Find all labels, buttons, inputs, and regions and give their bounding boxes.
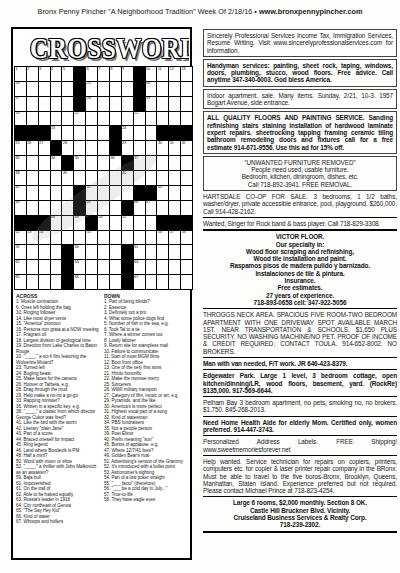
grid-cell[interactable]: 17 — [15, 97, 26, 111]
grid-cell[interactable] — [39, 156, 50, 170]
cell-number: 55 — [87, 230, 91, 234]
cell-number: 2 — [27, 67, 29, 71]
grid-cell[interactable]: 44 — [15, 201, 26, 215]
grid-cell[interactable] — [181, 275, 192, 289]
grid-cell[interactable] — [110, 245, 121, 259]
cell-number: 60 — [75, 245, 79, 249]
grid-cell[interactable]: 35 — [74, 156, 85, 170]
cell-number: 13 — [182, 67, 186, 71]
classifieds-column: Sincerely Professional Services Income T… — [203, 29, 397, 535]
grid-cell[interactable] — [146, 126, 157, 140]
cell-number: 15 — [87, 81, 91, 85]
cell-number: 36 — [110, 156, 114, 160]
grid-cell[interactable]: 8 — [110, 67, 121, 81]
black-cell — [15, 216, 26, 230]
cell-number: 28 — [63, 141, 67, 145]
grid-cell[interactable] — [110, 275, 121, 289]
ad-line: Castle Hill Bruckner Blvd. Vicinity. — [203, 507, 397, 514]
grid-cell[interactable]: 10 — [146, 67, 157, 81]
ad-line: Call 718-892-3941. FREE REMOVAL. — [207, 181, 393, 188]
black-cell — [181, 126, 192, 140]
grid-cell[interactable] — [181, 186, 192, 200]
grid-cell[interactable] — [110, 260, 121, 274]
grid-cell[interactable]: 5 — [62, 67, 73, 81]
cell-number: 27 — [39, 141, 43, 145]
ad-victor-floor: VICTOR FLOOR.Our specialty in:Wood floor… — [203, 233, 397, 309]
across-clue-list: 1. Muscle contraction6. Ones left holdin… — [16, 299, 99, 525]
grid-cell[interactable]: 21 — [74, 112, 85, 126]
grid-cell[interactable]: 11 — [157, 67, 168, 81]
grid-cell[interactable] — [86, 171, 97, 185]
cell-number: 20 — [16, 111, 20, 115]
grid-cell[interactable]: 57 — [169, 231, 180, 245]
grid-cell[interactable] — [146, 231, 157, 245]
grid-cell[interactable]: 28 — [62, 141, 73, 155]
black-cell — [110, 141, 121, 155]
cell-number: 8 — [110, 67, 112, 71]
cell-number: 66 — [75, 275, 79, 279]
grid-cell[interactable] — [62, 82, 73, 96]
black-cell — [51, 141, 62, 155]
grid-cell[interactable] — [27, 82, 38, 96]
grid-cell[interactable]: 62 — [15, 260, 26, 274]
grid-cell[interactable] — [86, 245, 97, 259]
grid-cell[interactable]: 16 — [146, 82, 157, 96]
cell-number: 30 — [158, 141, 162, 145]
grid-cell[interactable]: 27 — [39, 141, 50, 155]
grid-cell[interactable] — [39, 82, 50, 96]
cell-number: 57 — [170, 230, 174, 234]
cell-number: 4 — [51, 67, 53, 71]
grid-cell[interactable] — [181, 97, 192, 111]
cell-number: 48 — [51, 215, 55, 219]
black-cell — [122, 245, 133, 259]
grid-cell[interactable] — [51, 186, 62, 200]
grid-cell[interactable] — [62, 216, 73, 230]
cell-number: 29 — [122, 141, 126, 145]
grid-cell[interactable]: 3 — [39, 67, 50, 81]
grid-cell[interactable] — [39, 260, 50, 274]
grid-cell[interactable] — [51, 171, 62, 185]
grid-cell[interactable] — [134, 171, 145, 185]
grid-cell[interactable] — [122, 82, 133, 96]
grid-cell[interactable] — [134, 141, 145, 155]
cell-number: 7 — [99, 67, 101, 71]
ad-line: Our specialty in: — [203, 241, 397, 248]
black-cell — [15, 126, 26, 140]
grid-cell[interactable] — [157, 201, 168, 215]
clue-item: 52. It's introduced with a bullet point — [104, 464, 187, 470]
grid-cell[interactable] — [110, 201, 121, 215]
grid-cell[interactable] — [169, 156, 180, 170]
ad-address-labels: Personalized Address Labels. FREE Shippi… — [203, 438, 397, 456]
grid-cell[interactable] — [51, 82, 62, 96]
grid-cell[interactable]: 37 — [134, 156, 145, 170]
grid-cell[interactable] — [110, 216, 121, 230]
grid-cell[interactable]: 2 — [27, 67, 38, 81]
cell-number: 9 — [122, 67, 124, 71]
ad-pelham-bay: Pelham Bay 3 bedroom apartment, no pets,… — [203, 399, 397, 417]
cell-number: 58 — [182, 230, 186, 234]
black-cell — [62, 275, 73, 289]
grid-cell[interactable] — [62, 201, 73, 215]
grid-cell[interactable]: 9 — [122, 67, 133, 81]
grid-cell[interactable] — [98, 112, 109, 126]
grid-cell[interactable]: 33 — [15, 156, 26, 170]
grid-cell[interactable] — [39, 245, 50, 259]
cell-number: 54 — [39, 230, 43, 234]
grid-cell[interactable] — [122, 231, 133, 245]
grid-cell[interactable]: 60 — [74, 245, 85, 259]
grid-cell[interactable] — [110, 82, 121, 96]
ad-unwanted-furniture: “UNWANTED FURNITURE REMOVED”People need … — [203, 156, 397, 191]
grid-cell[interactable]: 58 — [181, 231, 192, 245]
grid-cell[interactable] — [51, 260, 62, 274]
grid-cell[interactable]: 1 — [15, 67, 26, 81]
grid-cell[interactable] — [146, 245, 157, 259]
grid-cell[interactable] — [27, 245, 38, 259]
cell-number: 51 — [122, 215, 126, 219]
grid-cell[interactable] — [86, 112, 97, 126]
grid-cell[interactable]: 59 — [15, 245, 26, 259]
grid-cell[interactable]: 42 — [86, 186, 97, 200]
cell-number: 31 — [170, 141, 174, 145]
grid-cell[interactable] — [134, 216, 145, 230]
grid-cell[interactable] — [98, 126, 109, 140]
ad-line: 718-239-2302. — [203, 521, 397, 528]
grid-cell[interactable]: 25 — [15, 141, 26, 155]
grid-cell[interactable] — [51, 201, 62, 215]
cell-number: 23 — [51, 126, 55, 130]
grid-cell[interactable]: 67 — [134, 275, 145, 289]
grid-cell[interactable] — [181, 171, 192, 185]
cell-number: 12 — [170, 67, 174, 71]
cell-number: 35 — [75, 156, 79, 160]
black-cell — [62, 156, 73, 170]
cell-number: 50 — [99, 215, 103, 219]
grid-cell[interactable]: 15 — [86, 82, 97, 96]
grid-cell[interactable] — [146, 275, 157, 289]
grid-cell[interactable] — [39, 112, 50, 126]
grid-cell[interactable] — [181, 156, 192, 170]
grid-cell[interactable]: 41 — [15, 186, 26, 200]
grid-cell[interactable] — [157, 260, 168, 274]
cell-number: 3 — [39, 67, 41, 71]
grid-cell[interactable]: 4 — [51, 67, 62, 81]
ad-wanted-singer: Wanted, Singer for Rock band & bass play… — [203, 220, 397, 231]
clue-item: 67. Whoops and hollers — [16, 519, 99, 525]
cell-number: 52 — [16, 230, 20, 234]
black-cell — [74, 67, 85, 81]
cell-number: 37 — [134, 156, 138, 160]
grid-cell[interactable] — [157, 112, 168, 126]
grid-cell[interactable] — [98, 260, 109, 274]
grid-cell[interactable] — [51, 231, 62, 245]
grid-cell[interactable]: 34 — [51, 156, 62, 170]
grid-cell[interactable] — [169, 260, 180, 274]
grid-cell[interactable] — [169, 186, 180, 200]
cell-number: 17 — [16, 96, 20, 100]
crossword-title: CROSSWORD — [14, 31, 189, 64]
grid-cell[interactable] — [157, 97, 168, 111]
grid-cell[interactable]: 38 — [15, 171, 26, 185]
grid-cell[interactable] — [146, 216, 157, 230]
black-cell — [122, 201, 133, 215]
grid-cell[interactable] — [39, 186, 50, 200]
grid-cell[interactable] — [98, 141, 109, 155]
grid-cell[interactable] — [86, 156, 97, 170]
grid-cell[interactable] — [157, 275, 168, 289]
grid-cell[interactable] — [39, 201, 50, 215]
crossword-grid-wrap: 1234567891011121314151617181920212223242… — [14, 66, 191, 290]
ad-line: Raspamos pisos de madera pulido y barniz… — [203, 262, 397, 269]
across-clues-column: ACROSS 1. Muscle contraction6. Ones left… — [16, 293, 99, 525]
grid-cell[interactable]: 47 — [146, 201, 157, 215]
grid-cell[interactable]: 7 — [98, 67, 109, 81]
grid-cell[interactable] — [98, 201, 109, 215]
grid-cell[interactable] — [98, 231, 109, 245]
grid-cell[interactable] — [51, 245, 62, 259]
grid-cell[interactable] — [134, 231, 145, 245]
grid-cell[interactable]: 18 — [86, 97, 97, 111]
grid-cell[interactable] — [110, 171, 121, 185]
cell-number: 67 — [134, 275, 138, 279]
grid-cell[interactable]: 46 — [134, 201, 145, 215]
grid-cell[interactable] — [181, 112, 192, 126]
grid-cell[interactable]: 51 — [122, 216, 133, 230]
grid-cell[interactable] — [27, 171, 38, 185]
grid-cell[interactable] — [110, 112, 121, 126]
cell-number: 19 — [146, 96, 150, 100]
black-cell — [74, 82, 85, 96]
grid-cell[interactable]: 19 — [146, 97, 157, 111]
grid-cell[interactable] — [110, 97, 121, 111]
black-cell — [134, 97, 145, 111]
grid-cell[interactable] — [169, 245, 180, 259]
black-cell — [134, 186, 145, 200]
grid-cell[interactable]: 64 — [134, 260, 145, 274]
grid-cell[interactable] — [27, 201, 38, 215]
grid-cell[interactable] — [98, 82, 109, 96]
clue-lists: ACROSS 1. Muscle contraction6. Ones left… — [14, 293, 189, 525]
grid-cell[interactable]: 23 — [51, 126, 62, 140]
cell-number: 64 — [134, 260, 138, 264]
grid-cell[interactable] — [39, 171, 50, 185]
cell-number: 5 — [63, 67, 65, 71]
ad-indoor-apartment-sale: Indoor apartment. sale. Many items. Sund… — [203, 89, 397, 110]
grid-cell[interactable]: 22 — [134, 112, 145, 126]
grid-cell[interactable] — [122, 186, 133, 200]
cell-number: 14 — [16, 81, 20, 85]
grid-cell[interactable]: 12 — [169, 67, 180, 81]
clue-item: 19. Direction from Lake Charles to Baton… — [16, 343, 99, 354]
grid-cell[interactable] — [122, 97, 133, 111]
grid-cell[interactable] — [51, 97, 62, 111]
grid-cell[interactable] — [146, 171, 157, 185]
grid-cell[interactable]: 52 — [15, 231, 26, 245]
down-clues-column: DOWN 1. Part of being blinds?2. Essence3… — [104, 293, 187, 525]
grid-cell[interactable] — [62, 231, 73, 245]
grid-cell[interactable] — [74, 126, 85, 140]
grid-cell[interactable] — [169, 171, 180, 185]
grid-cell[interactable]: 63 — [74, 260, 85, 274]
cell-number: 10 — [146, 67, 150, 71]
black-cell — [181, 216, 192, 230]
grid-cell[interactable] — [62, 126, 73, 140]
black-cell — [27, 216, 38, 230]
grid-cell[interactable] — [62, 97, 73, 111]
grid-cell[interactable] — [27, 260, 38, 274]
masthead-text: Bronx Penny Pincher "A Neighborhood Trad… — [38, 7, 257, 16]
black-cell — [169, 126, 180, 140]
grid-cell[interactable] — [169, 201, 180, 215]
grid-cell[interactable] — [86, 126, 97, 140]
cell-number: 39 — [63, 171, 67, 175]
clue-item: 38. "____," a classic from which directo… — [16, 409, 99, 420]
grid-cell[interactable] — [27, 97, 38, 111]
grid-cell[interactable] — [98, 186, 109, 200]
grid-cell[interactable]: 20 — [15, 112, 26, 126]
grid-cell[interactable]: 50 — [98, 216, 109, 230]
grid-cell[interactable]: 31 — [169, 141, 180, 155]
grid-cell[interactable] — [122, 112, 133, 126]
ad-throggs-neck: THROGGS NECK AREA. SPACIOUS FIVE ROOM-TW… — [203, 311, 397, 358]
grid-cell[interactable]: 6 — [86, 67, 97, 81]
grid-cell[interactable] — [181, 245, 192, 259]
grid-cell[interactable] — [86, 260, 97, 274]
grid-cell[interactable] — [181, 260, 192, 274]
grid-cell[interactable] — [74, 231, 85, 245]
ad-line: Instalaciones de tile & pintura. — [203, 270, 397, 277]
grid-cell[interactable] — [146, 141, 157, 155]
cell-number: 65 — [16, 275, 20, 279]
ad-home-health-aide: Need Home Health Aide for elderly Mom. C… — [203, 419, 397, 437]
grid-cell[interactable]: 36 — [110, 156, 121, 170]
grid-cell[interactable] — [181, 82, 192, 96]
grid-cell[interactable] — [98, 97, 109, 111]
grid-cell[interactable] — [157, 156, 168, 170]
grid-cell[interactable] — [169, 97, 180, 111]
clue-item: 52. "____," a thriller with John Malkovi… — [16, 464, 99, 475]
grid-cell[interactable] — [86, 141, 97, 155]
cell-number: 59 — [16, 245, 20, 249]
grid-cell[interactable]: 49 — [74, 216, 85, 230]
grid-cell[interactable] — [27, 275, 38, 289]
grid-cell[interactable] — [134, 126, 145, 140]
black-cell — [86, 216, 97, 230]
grid-cell[interactable] — [27, 112, 38, 126]
grid-cell[interactable] — [146, 260, 157, 274]
grid-cell[interactable] — [39, 275, 50, 289]
grid-cell[interactable] — [181, 201, 192, 215]
grid-cell[interactable]: 45 — [86, 201, 97, 215]
cell-number: 53 — [27, 230, 31, 234]
grid-cell[interactable] — [51, 275, 62, 289]
grid-cell[interactable] — [27, 156, 38, 170]
grid-cell[interactable]: 61 — [134, 245, 145, 259]
grid-cell[interactable]: 48 — [51, 216, 62, 230]
grid-cell[interactable] — [27, 186, 38, 200]
black-cell — [62, 245, 73, 259]
grid-cell[interactable]: 55 — [86, 231, 97, 245]
grid-cell[interactable] — [146, 156, 157, 170]
grid-cell[interactable] — [169, 112, 180, 126]
grid-cell[interactable]: 54 — [39, 231, 50, 245]
grid-cell[interactable] — [110, 231, 121, 245]
grid-cell[interactable]: 39 — [62, 171, 73, 185]
cell-number: 61 — [134, 245, 138, 249]
black-cell — [134, 67, 145, 81]
grid-cell[interactable] — [51, 112, 62, 126]
grid-cell[interactable] — [98, 171, 109, 185]
grid-cell[interactable]: 65 — [15, 275, 26, 289]
black-cell — [110, 126, 121, 140]
ad-sincerely-professional: Sincerely Professional Services Income T… — [203, 29, 397, 57]
grid-cell[interactable] — [86, 275, 97, 289]
grid-cell[interactable]: 40 — [122, 171, 133, 185]
grid-cell[interactable] — [146, 112, 157, 126]
grid-cell[interactable] — [98, 275, 109, 289]
grid-cell[interactable]: 43 — [157, 186, 168, 200]
grid-cell[interactable] — [74, 171, 85, 185]
grid-cell[interactable]: 29 — [122, 141, 133, 155]
grid-cell[interactable]: 24 — [122, 126, 133, 140]
cell-number: 56 — [158, 230, 162, 234]
grid-cell[interactable] — [98, 245, 109, 259]
ad-line: Free estimates. — [203, 284, 397, 291]
black-cell — [74, 186, 85, 200]
grid-cell[interactable] — [39, 97, 50, 111]
grid-cell[interactable] — [62, 186, 73, 200]
cell-number: 24 — [122, 126, 126, 130]
black-cell — [39, 126, 50, 140]
grid-cell[interactable]: 26 — [27, 141, 38, 155]
grid-cell[interactable] — [74, 141, 85, 155]
grid-cell[interactable] — [157, 245, 168, 259]
grid-cell[interactable] — [157, 171, 168, 185]
cell-number: 1 — [16, 67, 18, 71]
grid-cell[interactable] — [98, 156, 109, 170]
ad-line: Cruiseland Business Services & Realty Co… — [203, 514, 397, 521]
grid-cell[interactable] — [169, 82, 180, 96]
grid-cell[interactable]: 53 — [27, 231, 38, 245]
ad-line: VICTOR FLOOR. — [203, 233, 397, 240]
grid-cell[interactable] — [62, 112, 73, 126]
cell-number: 18 — [87, 96, 91, 100]
grid-cell[interactable] — [110, 186, 121, 200]
grid-cell[interactable]: 56 — [157, 231, 168, 245]
cell-number: 45 — [87, 200, 91, 204]
grid-cell[interactable] — [169, 275, 180, 289]
ad-man-with-van: Man with van needed, F/T work. JR 646-42… — [203, 360, 397, 370]
cell-number: 32 — [182, 141, 186, 145]
black-cell — [157, 126, 168, 140]
ad-line: Bedroom, kitchen, diningroom, dishes, et… — [207, 173, 393, 180]
ad-line: Wood floor scraping and refinishing, — [203, 248, 397, 255]
grid-cell[interactable] — [157, 82, 168, 96]
black-cell — [27, 126, 38, 140]
grid-cell[interactable]: 14 — [15, 82, 26, 96]
ad-line: Large 6 rooms, $2,000 monthly. Section 8… — [203, 499, 397, 506]
cell-number: 46 — [134, 200, 138, 204]
cell-number: 40 — [122, 171, 126, 175]
grid-cell[interactable]: 30 — [157, 141, 168, 155]
grid-cell[interactable]: 66 — [74, 275, 85, 289]
black-cell — [157, 216, 168, 230]
cell-number: 47 — [146, 200, 150, 204]
grid-cell[interactable]: 32 — [181, 141, 192, 155]
grid-cell[interactable]: 13 — [181, 67, 192, 81]
